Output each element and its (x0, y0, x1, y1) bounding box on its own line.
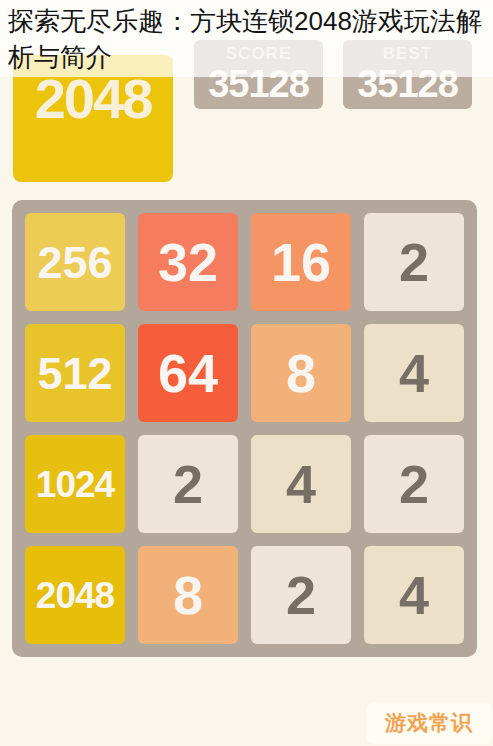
page-title-line-1: 探索无尽乐趣：方块连锁2048游戏玩法解 (8, 3, 491, 39)
tile-2: 2 (364, 435, 464, 533)
game-board[interactable]: 25632162512648410242422048824 (12, 200, 477, 657)
tile-8: 8 (251, 324, 351, 422)
tile-4: 4 (364, 546, 464, 644)
tile-4: 4 (251, 435, 351, 533)
tile-2: 2 (138, 435, 238, 533)
tile-8: 8 (138, 546, 238, 644)
tile-2: 2 (364, 213, 464, 311)
tile-2048: 2048 (25, 546, 125, 644)
tile-64: 64 (138, 324, 238, 422)
tile-1024: 1024 (25, 435, 125, 533)
tile-32: 32 (138, 213, 238, 311)
page-title: 探索无尽乐趣：方块连锁2048游戏玩法解 析与简介 (8, 3, 491, 75)
game-screenshot: 2048 SCORE 35128 BEST 35128 256321625126… (0, 0, 493, 746)
watermark-badge: 游戏常识 (366, 702, 492, 744)
watermark-text: 游戏常识 (385, 709, 473, 737)
page-title-line-2: 析与简介 (8, 39, 491, 75)
tile-16: 16 (251, 213, 351, 311)
tile-4: 4 (364, 324, 464, 422)
logo-text: 2048 (35, 71, 152, 127)
board-grid: 25632162512648410242422048824 (12, 200, 477, 657)
tile-256: 256 (25, 213, 125, 311)
tile-512: 512 (25, 324, 125, 422)
tile-2: 2 (251, 546, 351, 644)
